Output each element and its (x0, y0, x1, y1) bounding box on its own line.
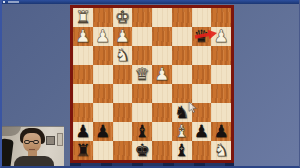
square-c6[interactable]: ♞ (172, 103, 192, 122)
square-e1[interactable] (132, 8, 152, 27)
piece-black-pawn[interactable]: ♟ (75, 123, 90, 140)
square-e7[interactable]: ♝ (132, 122, 152, 141)
square-g3[interactable] (93, 46, 113, 65)
square-a6[interactable] (211, 103, 231, 122)
square-h3[interactable] (73, 46, 93, 65)
square-e2[interactable] (132, 27, 152, 46)
piece-black-queen[interactable]: ♛ (194, 28, 209, 45)
square-a8[interactable]: ♞ (211, 141, 231, 160)
square-c4[interactable] (172, 65, 192, 84)
square-b6[interactable] (192, 103, 212, 122)
square-g7[interactable]: ♟ (93, 122, 113, 141)
person-glasses (23, 140, 41, 145)
square-d8[interactable] (152, 141, 172, 160)
square-g5[interactable] (93, 84, 113, 103)
piece-white-king[interactable]: ♚ (115, 9, 130, 26)
picture-frame (46, 136, 55, 145)
microphone (2, 138, 14, 167)
piece-black-pawn[interactable]: ♟ (194, 123, 209, 140)
piece-black-pawn[interactable]: ♟ (95, 123, 110, 140)
square-b5[interactable] (192, 84, 212, 103)
piece-white-pawn[interactable]: ♟ (214, 28, 229, 45)
square-g1[interactable] (93, 8, 113, 27)
square-c3[interactable] (172, 46, 192, 65)
piece-white-pawn[interactable]: ♟ (115, 28, 130, 45)
square-b1[interactable] (192, 8, 212, 27)
piece-black-bishop[interactable]: ♝ (174, 142, 189, 159)
square-f2[interactable]: ♟ (113, 27, 133, 46)
square-d5[interactable] (152, 84, 172, 103)
piece-white-pawn[interactable]: ♟ (75, 28, 90, 45)
piece-black-bishop[interactable]: ♝ (135, 123, 150, 140)
square-b4[interactable] (192, 65, 212, 84)
picture-frame (57, 133, 63, 146)
person-mouth (29, 149, 35, 150)
square-d1[interactable] (152, 8, 172, 27)
square-e8[interactable]: ♚ (132, 141, 152, 160)
chess-board[interactable]: ♜♚♟♟♟♛♟♞♛♟♞♟♟♝♝♟♟♜♚♝♞ (70, 5, 234, 163)
square-h2[interactable]: ♟ (73, 27, 93, 46)
piece-white-pawn[interactable]: ♟ (95, 28, 110, 45)
square-b3[interactable] (192, 46, 212, 65)
square-a1[interactable] (211, 8, 231, 27)
square-c5[interactable] (172, 84, 192, 103)
square-g4[interactable] (93, 65, 113, 84)
piece-black-rook[interactable]: ♜ (75, 142, 90, 159)
square-d6[interactable] (152, 103, 172, 122)
square-d7[interactable] (152, 122, 172, 141)
square-a2[interactable]: ♟ (211, 27, 231, 46)
square-a5[interactable] (211, 84, 231, 103)
video-frame: ♜♚♟♟♟♛♟♞♛♟♞♟♟♝♝♟♟♜♚♝♞ (0, 0, 300, 168)
square-c1[interactable] (172, 8, 192, 27)
square-a7[interactable]: ♟ (211, 122, 231, 141)
window-icon (3, 1, 5, 3)
square-f3[interactable]: ♞ (113, 46, 133, 65)
piece-white-bishop[interactable]: ♝ (174, 123, 189, 140)
piece-black-king[interactable]: ♚ (135, 142, 150, 159)
window-title-text (8, 1, 19, 3)
square-c8[interactable]: ♝ (172, 141, 192, 160)
square-g8[interactable] (93, 141, 113, 160)
square-b7[interactable]: ♟ (192, 122, 212, 141)
piece-white-queen[interactable]: ♛ (135, 66, 150, 83)
square-f6[interactable] (113, 103, 133, 122)
person-shirt (14, 156, 54, 167)
square-h1[interactable]: ♜ (73, 8, 93, 27)
square-h6[interactable] (73, 103, 93, 122)
square-c7[interactable]: ♝ (172, 122, 192, 141)
square-g6[interactable] (93, 103, 113, 122)
square-f5[interactable] (113, 84, 133, 103)
square-g2[interactable]: ♟ (93, 27, 113, 46)
piece-white-knight[interactable]: ♞ (214, 142, 229, 159)
piece-white-pawn[interactable]: ♟ (154, 66, 169, 83)
square-e3[interactable] (132, 46, 152, 65)
square-h8[interactable]: ♜ (73, 141, 93, 160)
piece-black-pawn[interactable]: ♟ (214, 123, 229, 140)
piece-white-rook[interactable]: ♜ (75, 9, 90, 26)
square-f7[interactable] (113, 122, 133, 141)
square-h5[interactable] (73, 84, 93, 103)
square-b2[interactable]: ♛ (192, 27, 212, 46)
piece-white-knight[interactable]: ♞ (115, 47, 130, 64)
webcam-corner-shadow (2, 126, 21, 136)
square-h4[interactable] (73, 65, 93, 84)
square-e4[interactable]: ♛ (132, 65, 152, 84)
square-a4[interactable] (211, 65, 231, 84)
square-e5[interactable] (132, 84, 152, 103)
square-a3[interactable] (211, 46, 231, 65)
window-titlebar (0, 0, 300, 4)
square-c2[interactable] (172, 27, 192, 46)
webcam-feed (2, 126, 64, 167)
glasses-lens (33, 140, 39, 144)
square-h7[interactable]: ♟ (73, 122, 93, 141)
square-d4[interactable]: ♟ (152, 65, 172, 84)
square-f1[interactable]: ♚ (113, 8, 133, 27)
square-d3[interactable] (152, 46, 172, 65)
square-f8[interactable] (113, 141, 133, 160)
square-f4[interactable] (113, 65, 133, 84)
board-bottom-shadow (70, 163, 234, 166)
square-b8[interactable] (192, 141, 212, 160)
piece-black-knight[interactable]: ♞ (174, 104, 189, 121)
square-e6[interactable] (132, 103, 152, 122)
square-d2[interactable] (152, 27, 172, 46)
